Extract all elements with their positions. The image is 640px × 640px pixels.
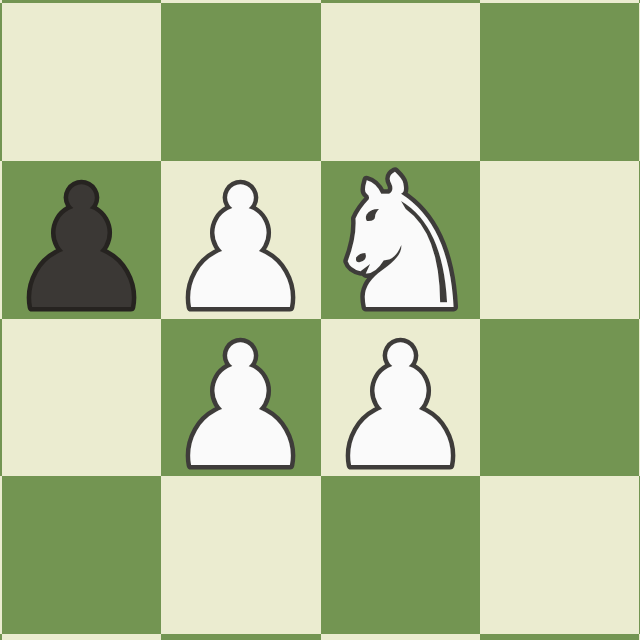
square-c6[interactable]: [2, 3, 161, 161]
chess-board-viewport: ♟♟♞♟♟: [0, 0, 640, 640]
square-c2[interactable]: [2, 634, 161, 640]
square-f4[interactable]: [480, 319, 639, 477]
square-f5[interactable]: [480, 161, 639, 319]
square-e3[interactable]: [321, 476, 480, 634]
square-d5[interactable]: ♟: [161, 161, 320, 319]
square-e2[interactable]: [321, 634, 480, 640]
white-pawn[interactable]: ♟: [321, 319, 480, 477]
white-pawn[interactable]: ♟: [161, 161, 320, 319]
chess-board: ♟♟♞♟♟: [0, 0, 640, 640]
square-d4[interactable]: ♟: [161, 319, 320, 477]
piece-glyph: ♟: [166, 309, 317, 505]
square-d3[interactable]: [161, 476, 320, 634]
black-pawn[interactable]: ♟: [2, 161, 161, 319]
square-f3[interactable]: [480, 476, 639, 634]
square-e5[interactable]: ♞: [321, 161, 480, 319]
square-c4[interactable]: [2, 319, 161, 477]
square-c3[interactable]: [2, 476, 161, 634]
square-e4[interactable]: ♟: [321, 319, 480, 477]
piece-glyph: ♟: [6, 151, 157, 347]
square-f2[interactable]: [480, 634, 639, 640]
square-d2[interactable]: [161, 634, 320, 640]
square-f6[interactable]: [480, 3, 639, 161]
piece-glyph: ♟: [325, 309, 476, 505]
white-pawn[interactable]: ♟: [161, 319, 320, 477]
square-c5[interactable]: ♟: [2, 161, 161, 319]
square-d6[interactable]: [161, 3, 320, 161]
white-knight[interactable]: ♞: [321, 161, 480, 319]
